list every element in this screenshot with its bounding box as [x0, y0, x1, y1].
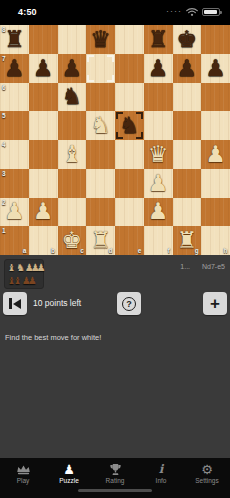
- help-icon: ?: [122, 297, 136, 311]
- square-d8[interactable]: ♛: [86, 25, 115, 54]
- square-g5[interactable]: [173, 111, 202, 140]
- last-move-marker-d7: [87, 55, 114, 82]
- move-number: 1...: [180, 263, 190, 270]
- square-b6[interactable]: [29, 83, 58, 112]
- status-time: 4:50: [18, 7, 37, 17]
- rank-label-7: 7: [2, 55, 6, 62]
- cellular-signal-icon: ····: [166, 7, 182, 16]
- rank-label-4: 4: [2, 141, 6, 148]
- captured-row-light: ♝♞♟♟♟: [7, 261, 41, 274]
- file-label-c: c: [80, 247, 84, 254]
- square-h6[interactable]: [201, 83, 230, 112]
- black-king-g8: ♚: [173, 25, 202, 54]
- file-label-a: a: [23, 247, 27, 254]
- square-c2[interactable]: [58, 198, 87, 227]
- square-f4[interactable]: ♛: [144, 140, 173, 169]
- square-d5[interactable]: ♞: [86, 111, 115, 140]
- move-list: 1... Nd7-e5: [180, 263, 225, 270]
- skip-to-start-icon: [9, 298, 21, 309]
- square-c5[interactable]: [58, 111, 87, 140]
- puzzle-toolbar: 10 points left ? +: [0, 292, 230, 316]
- black-pawn-g7: ♟: [173, 54, 202, 83]
- square-a6[interactable]: 6: [0, 83, 29, 112]
- tab-play[interactable]: Play: [1, 462, 45, 484]
- square-g4[interactable]: [173, 140, 202, 169]
- white-pawn-h4: ♟: [201, 140, 230, 169]
- black-knight-c6: ♞: [58, 83, 87, 112]
- black-queen-d8: ♛: [86, 25, 115, 54]
- square-c4[interactable]: ♝: [58, 140, 87, 169]
- square-b4[interactable]: [29, 140, 58, 169]
- square-h1[interactable]: h: [201, 226, 230, 255]
- gear-icon: ⚙: [201, 462, 213, 476]
- rank-label-8: 8: [2, 26, 6, 33]
- square-e5[interactable]: ♞: [115, 111, 144, 140]
- square-g6[interactable]: [173, 83, 202, 112]
- home-indicator[interactable]: [78, 489, 152, 493]
- square-h3[interactable]: [201, 169, 230, 198]
- square-c1[interactable]: c♚: [58, 226, 87, 255]
- square-g1[interactable]: g♜: [173, 226, 202, 255]
- white-pawn-f3: ♟: [144, 169, 173, 198]
- square-d7[interactable]: [86, 54, 115, 83]
- info-icon: i: [159, 462, 164, 476]
- rank-label-3: 3: [2, 170, 6, 177]
- file-label-f: f: [168, 247, 170, 254]
- rank-label-5: 5: [2, 112, 6, 119]
- square-a2[interactable]: 2♟: [0, 198, 29, 227]
- square-d4[interactable]: [86, 140, 115, 169]
- black-rook-f8: ♜: [144, 25, 173, 54]
- black-pawn-b7: ♟: [29, 54, 58, 83]
- last-move: Nd7-e5: [202, 263, 225, 270]
- square-c8[interactable]: [58, 25, 87, 54]
- captured-group: ♟♟♟: [25, 263, 43, 273]
- square-f6[interactable]: [144, 83, 173, 112]
- file-label-h: h: [224, 247, 228, 254]
- square-b7[interactable]: ♟: [29, 54, 58, 83]
- captured-pieces-tray: ♝♞♟♟♟♝♝♟♟: [4, 259, 44, 289]
- crown-icon: [16, 462, 31, 476]
- square-g2[interactable]: [173, 198, 202, 227]
- file-label-d: d: [109, 247, 113, 254]
- square-f8[interactable]: ♜: [144, 25, 173, 54]
- points-left-label: 10 points left: [33, 298, 81, 308]
- captured-group: ♝♝: [7, 276, 19, 286]
- tab-rating-label: Rating: [106, 477, 125, 484]
- square-e7[interactable]: [115, 54, 144, 83]
- square-a1[interactable]: 1a: [0, 226, 29, 255]
- rank-label-2: 2: [2, 199, 6, 206]
- captured-group: ♞: [16, 263, 22, 273]
- tab-play-label: Play: [17, 477, 30, 484]
- square-h4[interactable]: ♟: [201, 140, 230, 169]
- tab-settings-label: Settings: [195, 477, 219, 484]
- captured-group: ♝: [7, 263, 13, 273]
- tab-info[interactable]: i Info: [139, 462, 183, 484]
- black-pawn-c7: ♟: [58, 54, 87, 83]
- file-label-b: b: [51, 247, 55, 254]
- square-b5[interactable]: [29, 111, 58, 140]
- black-pawn-h7: ♟: [201, 54, 230, 83]
- black-knight-e5: ♞: [115, 111, 144, 140]
- square-c3[interactable]: [58, 169, 87, 198]
- tab-bar: Play ♟ Puzzle Rating i Info ⚙ Settings: [0, 458, 230, 498]
- white-pawn-f2: ♟: [144, 198, 173, 227]
- rank-label-1: 1: [2, 227, 6, 234]
- square-a4[interactable]: 4: [0, 140, 29, 169]
- battery-icon: [202, 8, 220, 16]
- square-h5[interactable]: [201, 111, 230, 140]
- tab-info-label: Info: [156, 477, 167, 484]
- square-b3[interactable]: [29, 169, 58, 198]
- tab-puzzle-label: Puzzle: [59, 477, 79, 484]
- square-a8[interactable]: 8♜: [0, 25, 29, 54]
- square-b2[interactable]: ♟: [29, 198, 58, 227]
- tab-settings[interactable]: ⚙ Settings: [185, 462, 229, 484]
- captured-row-dark: ♝♝♟♟: [7, 274, 41, 287]
- status-icons: ····: [166, 7, 220, 17]
- square-f7[interactable]: ♟: [144, 54, 173, 83]
- square-c7[interactable]: ♟: [58, 54, 87, 83]
- square-a7[interactable]: 7♟: [0, 54, 29, 83]
- puzzle-hint: Find the best move for white!: [5, 333, 101, 342]
- square-d3[interactable]: [86, 169, 115, 198]
- square-g3[interactable]: [173, 169, 202, 198]
- square-g8[interactable]: ♚: [173, 25, 202, 54]
- help-button[interactable]: ?: [117, 292, 141, 315]
- file-label-g: g: [195, 247, 199, 254]
- square-h2[interactable]: [201, 198, 230, 227]
- square-f2[interactable]: ♟: [144, 198, 173, 227]
- square-e4[interactable]: [115, 140, 144, 169]
- trophy-icon: [109, 462, 122, 476]
- captured-group: ♟♟: [22, 276, 34, 286]
- square-c6[interactable]: ♞: [58, 83, 87, 112]
- skip-to-start-button[interactable]: [3, 292, 27, 315]
- black-pawn-f7: ♟: [144, 54, 173, 83]
- square-h8[interactable]: [201, 25, 230, 54]
- rank-label-6: 6: [2, 84, 6, 91]
- square-f5[interactable]: [144, 111, 173, 140]
- wifi-icon: [186, 7, 198, 17]
- white-queen-f4: ♛: [144, 140, 173, 169]
- white-pawn-b2: ♟: [29, 198, 58, 227]
- square-e3[interactable]: [115, 169, 144, 198]
- square-b1[interactable]: b: [29, 226, 58, 255]
- square-e1[interactable]: e: [115, 226, 144, 255]
- square-d6[interactable]: [86, 83, 115, 112]
- square-h7[interactable]: ♟: [201, 54, 230, 83]
- square-d2[interactable]: [86, 198, 115, 227]
- square-a3[interactable]: 3: [0, 169, 29, 198]
- status-bar: 4:50 ····: [0, 0, 230, 25]
- square-d1[interactable]: d♜: [86, 226, 115, 255]
- square-a5[interactable]: 5: [0, 111, 29, 140]
- tab-puzzle[interactable]: ♟ Puzzle: [47, 462, 91, 484]
- white-knight-d5: ♞: [86, 111, 115, 140]
- square-e6[interactable]: [115, 83, 144, 112]
- square-f1[interactable]: f: [144, 226, 173, 255]
- square-e2[interactable]: [115, 198, 144, 227]
- square-g7[interactable]: ♟: [173, 54, 202, 83]
- puzzle-panel: ♝♞♟♟♟♝♝♟♟ 1... Nd7-e5 10 points left ? +…: [0, 255, 230, 458]
- white-bishop-c4: ♝: [58, 140, 87, 169]
- pawn-icon: ♟: [63, 462, 75, 476]
- chess-board[interactable]: 8♜♛♜♚7♟♟♟♟♟♟6♞5♞♞4♝♛♟3♟2♟♟♟1abc♚d♜efg♜h: [0, 25, 230, 255]
- add-button[interactable]: +: [203, 292, 227, 315]
- file-label-e: e: [138, 247, 142, 254]
- square-b8[interactable]: [29, 25, 58, 54]
- square-f3[interactable]: ♟: [144, 169, 173, 198]
- tab-rating[interactable]: Rating: [93, 462, 137, 484]
- square-e8[interactable]: [115, 25, 144, 54]
